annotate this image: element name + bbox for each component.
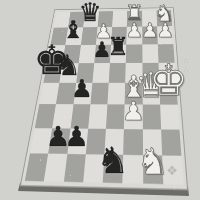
square-d5[interactable]	[92, 63, 110, 83]
piece-black-pawn-c4[interactable]: ♟	[71, 77, 93, 101]
piece-black-rook-e6[interactable]: ♜	[107, 35, 129, 60]
square-c1[interactable]	[63, 154, 85, 183]
piece-white-pawn-f3[interactable]: ♟	[122, 99, 145, 125]
piece-white-king-h4[interactable]: ♚	[149, 58, 188, 101]
square-h3[interactable]	[160, 105, 180, 129]
scene: ♛♜♞♝♟♟♟♟♟♜♚♞♟♝♛♚♟♟♟♞♞ ❖ ∴∴	[0, 0, 200, 200]
piece-black-knight-e1[interactable]: ♞	[96, 143, 129, 179]
piece-white-pawn-h7[interactable]: ♟	[157, 21, 175, 41]
square-g3[interactable]	[142, 105, 161, 129]
piece-white-knight-g1[interactable]: ♞	[136, 143, 169, 179]
piece-black-pawn-c2[interactable]: ♟	[64, 123, 89, 151]
square-d3[interactable]	[88, 105, 107, 129]
